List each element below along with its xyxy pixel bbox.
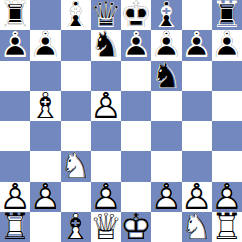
black-king-icon: ♚ bbox=[121, 0, 151, 30]
square-b1[interactable] bbox=[30, 212, 60, 242]
white-pawn-outline-icon: ♙ bbox=[212, 182, 242, 212]
square-g6[interactable] bbox=[182, 61, 212, 91]
square-e2[interactable] bbox=[121, 182, 151, 212]
square-c8[interactable]: ♝♗ bbox=[61, 0, 91, 30]
square-h6[interactable] bbox=[212, 61, 242, 91]
square-f7[interactable]: ♟♙ bbox=[151, 30, 181, 60]
square-f3[interactable] bbox=[151, 151, 181, 181]
black-knight-outline-icon: ♘ bbox=[151, 61, 181, 91]
square-g8[interactable] bbox=[182, 0, 212, 30]
square-c7[interactable] bbox=[61, 30, 91, 60]
square-e8[interactable]: ♚♔ bbox=[121, 0, 151, 30]
square-d1[interactable]: ♛♕ bbox=[91, 212, 121, 242]
black-pawn-icon: ♟ bbox=[212, 30, 242, 60]
white-pawn-outline-icon: ♙ bbox=[91, 91, 121, 121]
square-h2[interactable]: ♟♙ bbox=[212, 182, 242, 212]
white-pawn-icon: ♟ bbox=[0, 182, 30, 212]
square-e4[interactable] bbox=[121, 121, 151, 151]
chess-board: ♜♖♝♗♛♕♚♔♝♗♜♖♟♙♟♙♞♘♟♙♟♙♟♙♟♙♞♘♝♗♟♙♞♘♟♙♟♙♟♙… bbox=[0, 0, 242, 242]
white-pawn-outline-icon: ♙ bbox=[151, 182, 181, 212]
square-a4[interactable] bbox=[0, 121, 30, 151]
white-knight-icon: ♞ bbox=[61, 151, 91, 181]
black-rook-outline-icon: ♖ bbox=[212, 0, 242, 30]
square-g1[interactable]: ♞♘ bbox=[182, 212, 212, 242]
black-queen-outline-icon: ♕ bbox=[91, 0, 121, 30]
square-c2[interactable] bbox=[61, 182, 91, 212]
white-rook-outline-icon: ♖ bbox=[212, 212, 242, 242]
square-c3[interactable]: ♞♘ bbox=[61, 151, 91, 181]
square-f8[interactable]: ♝♗ bbox=[151, 0, 181, 30]
black-bishop-outline-icon: ♗ bbox=[61, 0, 91, 30]
square-e5[interactable] bbox=[121, 91, 151, 121]
white-pawn-outline-icon: ♙ bbox=[182, 182, 212, 212]
black-rook-icon: ♜ bbox=[0, 0, 30, 30]
square-f6[interactable]: ♞♘ bbox=[151, 61, 181, 91]
square-b3[interactable] bbox=[30, 151, 60, 181]
white-knight-icon: ♞ bbox=[182, 212, 212, 242]
white-knight-outline-icon: ♘ bbox=[61, 151, 91, 181]
white-bishop-icon: ♝ bbox=[30, 91, 60, 121]
white-rook-icon: ♜ bbox=[0, 212, 30, 242]
white-pawn-icon: ♟ bbox=[91, 182, 121, 212]
square-d5[interactable]: ♟♙ bbox=[91, 91, 121, 121]
square-g4[interactable] bbox=[182, 121, 212, 151]
square-g2[interactable]: ♟♙ bbox=[182, 182, 212, 212]
square-f2[interactable]: ♟♙ bbox=[151, 182, 181, 212]
white-rook-outline-icon: ♖ bbox=[0, 212, 30, 242]
square-f4[interactable] bbox=[151, 121, 181, 151]
black-knight-icon: ♞ bbox=[91, 30, 121, 60]
square-h4[interactable] bbox=[212, 121, 242, 151]
square-b4[interactable] bbox=[30, 121, 60, 151]
white-knight-outline-icon: ♘ bbox=[182, 212, 212, 242]
white-bishop-outline-icon: ♗ bbox=[30, 91, 60, 121]
white-queen-outline-icon: ♕ bbox=[91, 212, 121, 242]
square-d7[interactable]: ♞♘ bbox=[91, 30, 121, 60]
black-rook-outline-icon: ♖ bbox=[0, 0, 30, 30]
square-a8[interactable]: ♜♖ bbox=[0, 0, 30, 30]
white-pawn-icon: ♟ bbox=[182, 182, 212, 212]
square-e1[interactable]: ♚♔ bbox=[121, 212, 151, 242]
square-g3[interactable] bbox=[182, 151, 212, 181]
black-king-outline-icon: ♔ bbox=[121, 0, 151, 30]
square-d6[interactable] bbox=[91, 61, 121, 91]
black-bishop-icon: ♝ bbox=[61, 0, 91, 30]
square-a7[interactable]: ♟♙ bbox=[0, 30, 30, 60]
square-h7[interactable]: ♟♙ bbox=[212, 30, 242, 60]
square-d2[interactable]: ♟♙ bbox=[91, 182, 121, 212]
white-rook-icon: ♜ bbox=[212, 212, 242, 242]
black-pawn-outline-icon: ♙ bbox=[0, 30, 30, 60]
white-pawn-icon: ♟ bbox=[91, 91, 121, 121]
white-pawn-icon: ♟ bbox=[151, 182, 181, 212]
square-f5[interactable] bbox=[151, 91, 181, 121]
white-pawn-outline-icon: ♙ bbox=[0, 182, 30, 212]
black-knight-icon: ♞ bbox=[151, 61, 181, 91]
square-a3[interactable] bbox=[0, 151, 30, 181]
white-king-icon: ♚ bbox=[121, 212, 151, 242]
square-b8[interactable] bbox=[30, 0, 60, 30]
square-f1[interactable] bbox=[151, 212, 181, 242]
black-queen-icon: ♛ bbox=[91, 0, 121, 30]
square-d4[interactable] bbox=[91, 121, 121, 151]
black-pawn-icon: ♟ bbox=[151, 30, 181, 60]
square-c1[interactable]: ♝♗ bbox=[61, 212, 91, 242]
white-bishop-icon: ♝ bbox=[61, 212, 91, 242]
black-pawn-icon: ♟ bbox=[0, 30, 30, 60]
black-pawn-outline-icon: ♙ bbox=[151, 30, 181, 60]
white-queen-icon: ♛ bbox=[91, 212, 121, 242]
square-a1[interactable]: ♜♖ bbox=[0, 212, 30, 242]
white-pawn-outline-icon: ♙ bbox=[91, 182, 121, 212]
white-king-outline-icon: ♔ bbox=[121, 212, 151, 242]
black-bishop-icon: ♝ bbox=[151, 0, 181, 30]
black-pawn-icon: ♟ bbox=[182, 30, 212, 60]
square-b5[interactable]: ♝♗ bbox=[30, 91, 60, 121]
square-c6[interactable] bbox=[61, 61, 91, 91]
square-d3[interactable] bbox=[91, 151, 121, 181]
white-pawn-outline-icon: ♙ bbox=[30, 182, 60, 212]
square-b2[interactable]: ♟♙ bbox=[30, 182, 60, 212]
white-pawn-icon: ♟ bbox=[212, 182, 242, 212]
black-pawn-icon: ♟ bbox=[121, 30, 151, 60]
square-g7[interactable]: ♟♙ bbox=[182, 30, 212, 60]
black-pawn-outline-icon: ♙ bbox=[212, 30, 242, 60]
black-pawn-icon: ♟ bbox=[30, 30, 60, 60]
square-a6[interactable] bbox=[0, 61, 30, 91]
square-e7[interactable]: ♟♙ bbox=[121, 30, 151, 60]
square-h1[interactable]: ♜♖ bbox=[212, 212, 242, 242]
square-g5[interactable] bbox=[182, 91, 212, 121]
black-bishop-outline-icon: ♗ bbox=[151, 0, 181, 30]
square-d8[interactable]: ♛♕ bbox=[91, 0, 121, 30]
square-h3[interactable] bbox=[212, 151, 242, 181]
black-pawn-outline-icon: ♙ bbox=[121, 30, 151, 60]
square-b6[interactable] bbox=[30, 61, 60, 91]
square-h8[interactable]: ♜♖ bbox=[212, 0, 242, 30]
black-pawn-outline-icon: ♙ bbox=[30, 30, 60, 60]
square-a5[interactable] bbox=[0, 91, 30, 121]
black-knight-outline-icon: ♘ bbox=[91, 30, 121, 60]
square-e3[interactable] bbox=[121, 151, 151, 181]
square-a2[interactable]: ♟♙ bbox=[0, 182, 30, 212]
square-h5[interactable] bbox=[212, 91, 242, 121]
square-c5[interactable] bbox=[61, 91, 91, 121]
black-pawn-outline-icon: ♙ bbox=[182, 30, 212, 60]
square-b7[interactable]: ♟♙ bbox=[30, 30, 60, 60]
white-bishop-outline-icon: ♗ bbox=[61, 212, 91, 242]
square-c4[interactable] bbox=[61, 121, 91, 151]
square-e6[interactable] bbox=[121, 61, 151, 91]
black-rook-icon: ♜ bbox=[212, 0, 242, 30]
white-pawn-icon: ♟ bbox=[30, 182, 60, 212]
